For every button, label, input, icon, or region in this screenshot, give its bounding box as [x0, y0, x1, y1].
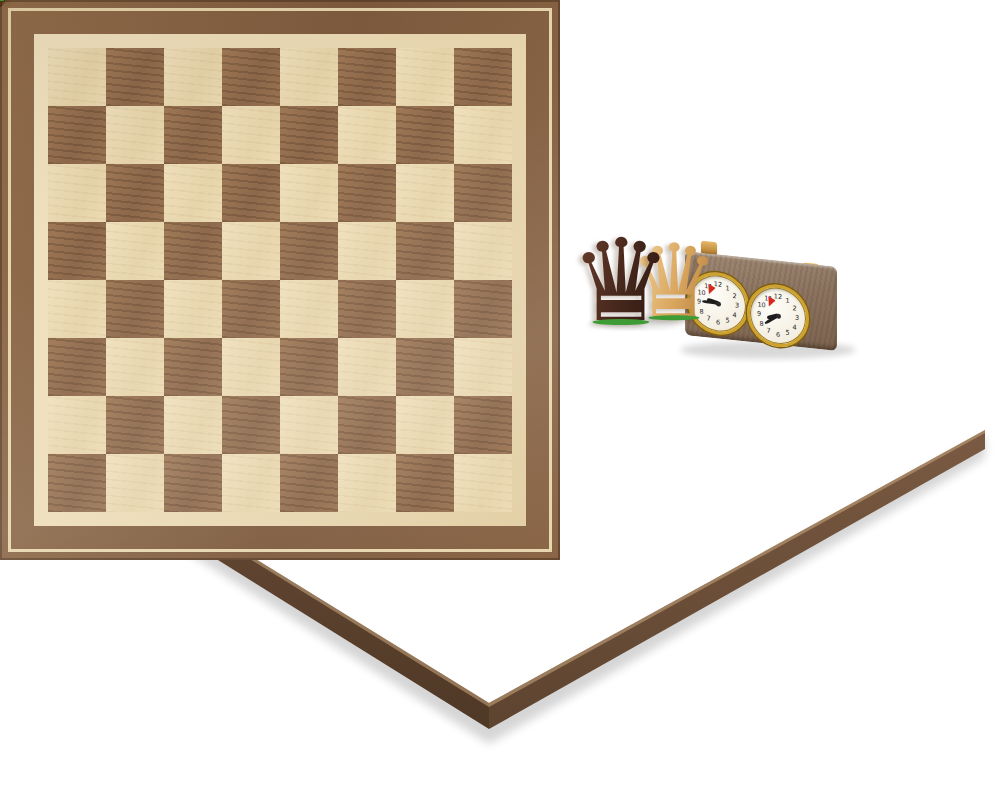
dial-numeral-5: 5	[723, 316, 733, 325]
product-photo-scene: 121234567891011 121234567891011 ♜♞♝♛♚♝♞♜…	[0, 0, 1000, 800]
square-e2[interactable]	[280, 396, 338, 454]
square-e3[interactable]	[280, 338, 338, 396]
square-a1[interactable]	[48, 454, 106, 512]
square-g4[interactable]	[396, 280, 454, 338]
square-b4[interactable]	[106, 280, 164, 338]
dial-numeral-2: 2	[789, 303, 799, 312]
square-c6[interactable]	[164, 164, 222, 222]
spare-black-queen[interactable]: ♛	[570, 224, 672, 338]
hand-pivot-cap	[776, 313, 781, 319]
board-grid	[48, 48, 512, 512]
square-f3[interactable]	[338, 338, 396, 396]
square-b2[interactable]	[106, 396, 164, 454]
square-g7[interactable]	[396, 106, 454, 164]
square-g5[interactable]	[396, 222, 454, 280]
square-g2[interactable]	[396, 396, 454, 454]
square-b5[interactable]	[106, 222, 164, 280]
board-side-right	[489, 430, 985, 729]
square-b3[interactable]	[106, 338, 164, 396]
dial-numeral-2: 2	[729, 291, 739, 300]
dial-numeral-6: 6	[773, 330, 783, 339]
square-g6[interactable]	[396, 164, 454, 222]
square-c7[interactable]	[164, 106, 222, 164]
square-h7[interactable]	[454, 106, 512, 164]
square-f8[interactable]	[338, 48, 396, 106]
square-h3[interactable]	[454, 338, 512, 396]
chess-board	[0, 0, 560, 560]
square-h6[interactable]	[454, 164, 512, 222]
square-f2[interactable]	[338, 396, 396, 454]
square-e7[interactable]	[280, 106, 338, 164]
square-a6[interactable]	[48, 164, 106, 222]
square-c5[interactable]	[164, 222, 222, 280]
square-e5[interactable]	[280, 222, 338, 280]
square-h5[interactable]	[454, 222, 512, 280]
square-e6[interactable]	[280, 164, 338, 222]
square-e8[interactable]	[280, 48, 338, 106]
square-d1[interactable]	[222, 454, 280, 512]
green-felt-base	[592, 319, 649, 325]
square-f7[interactable]	[338, 106, 396, 164]
square-b1[interactable]	[106, 454, 164, 512]
square-c1[interactable]	[164, 454, 222, 512]
green-felt-base	[0, 0, 4, 1]
square-d4[interactable]	[222, 280, 280, 338]
square-h2[interactable]	[454, 396, 512, 454]
square-a7[interactable]	[48, 106, 106, 164]
dial-numeral-3: 3	[792, 313, 802, 322]
square-b7[interactable]	[106, 106, 164, 164]
dial-numeral-7: 7	[764, 327, 774, 336]
square-h8[interactable]	[454, 48, 512, 106]
square-d2[interactable]	[222, 396, 280, 454]
square-c2[interactable]	[164, 396, 222, 454]
square-d8[interactable]	[222, 48, 280, 106]
square-f5[interactable]	[338, 222, 396, 280]
square-f1[interactable]	[338, 454, 396, 512]
square-a4[interactable]	[48, 280, 106, 338]
square-d7[interactable]	[222, 106, 280, 164]
square-e4[interactable]	[280, 280, 338, 338]
square-d3[interactable]	[222, 338, 280, 396]
square-b8[interactable]	[106, 48, 164, 106]
square-g1[interactable]	[396, 454, 454, 512]
dial-numeral-9: 9	[754, 309, 764, 318]
piece-white-rook-h1[interactable]: ♜	[0, 0, 7, 2]
square-e1[interactable]	[280, 454, 338, 512]
square-c3[interactable]	[164, 338, 222, 396]
square-a8[interactable]	[48, 48, 106, 106]
clock-dial-right: 121234567891011	[747, 282, 809, 351]
square-a5[interactable]	[48, 222, 106, 280]
square-c8[interactable]	[164, 48, 222, 106]
square-c4[interactable]	[164, 280, 222, 338]
square-f6[interactable]	[338, 164, 396, 222]
square-b6[interactable]	[106, 164, 164, 222]
square-d6[interactable]	[222, 164, 280, 222]
square-a2[interactable]	[48, 396, 106, 454]
dial-numeral-5: 5	[783, 329, 793, 338]
dial-numeral-3: 3	[732, 301, 742, 310]
square-g3[interactable]	[396, 338, 454, 396]
square-d5[interactable]	[222, 222, 280, 280]
square-f4[interactable]	[338, 280, 396, 338]
square-h1[interactable]	[454, 454, 512, 512]
square-h4[interactable]	[454, 280, 512, 338]
square-a3[interactable]	[48, 338, 106, 396]
square-g8[interactable]	[396, 48, 454, 106]
